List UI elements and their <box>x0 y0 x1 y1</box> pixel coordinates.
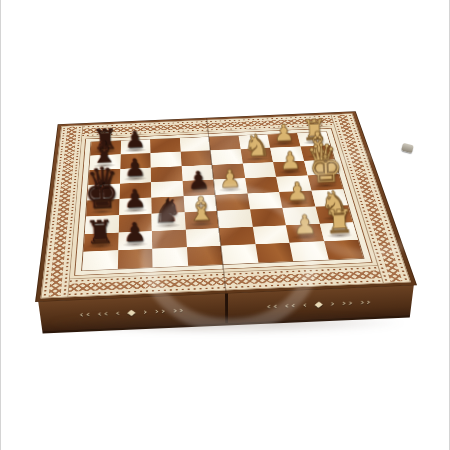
square-h7[interactable]: ♟ <box>120 140 150 155</box>
piece-light-rook-b1[interactable]: ♜ <box>324 206 354 237</box>
square-a2[interactable] <box>289 241 328 261</box>
inlay-motif <box>49 126 77 296</box>
piece-light-pawn-f2[interactable]: ♟ <box>279 150 301 174</box>
square-d2[interactable]: ♟ <box>279 191 315 208</box>
drop-shadow <box>41 316 409 334</box>
square-b7[interactable]: ♟ <box>118 231 152 250</box>
square-a7[interactable] <box>117 249 152 269</box>
inlay-border: ♜♟♟♜♝♞♝♟♟♛♛♟♟♚♚♟♟♞♝♞♜♟♟♜ <box>41 114 411 299</box>
square-d4[interactable] <box>215 193 250 211</box>
piece-dark-rook-b8[interactable]: ♜ <box>85 216 115 247</box>
piece-dark-knight-c6[interactable]: ♞ <box>152 195 183 228</box>
piece-light-pawn-h2[interactable]: ♟ <box>273 122 294 145</box>
square-f2[interactable]: ♟ <box>273 161 307 177</box>
square-g3[interactable]: ♞ <box>240 148 273 163</box>
square-f6[interactable] <box>151 166 183 182</box>
chess-board: ♜♟♟♜♝♞♝♟♟♛♛♟♟♚♚♟♟♞♝♞♜♟♟♜ <box>36 112 416 302</box>
square-b2[interactable]: ♟ <box>286 224 324 243</box>
board-scene: ♜♟♟♜♝♞♝♟♟♛♛♟♟♚♚♟♟♞♝♞♜♟♟♜ ‹‹ ‹‹ ‹ ◆ › ›› … <box>1 0 450 343</box>
board-grid: ♜♟♟♜♝♞♝♟♟♛♛♟♟♚♚♟♟♞♝♞♜♟♟♜ <box>81 131 364 271</box>
square-g6[interactable] <box>150 152 181 168</box>
piece-light-pawn-b2[interactable]: ♟ <box>293 213 318 239</box>
piece-dark-king-d8[interactable]: ♚ <box>84 176 120 214</box>
square-b3[interactable] <box>252 225 289 244</box>
square-a6[interactable] <box>152 247 188 267</box>
piece-dark-pawn-h7[interactable]: ♟ <box>124 129 145 152</box>
square-h6[interactable] <box>150 138 180 153</box>
piece-light-knight-g3[interactable]: ♞ <box>243 131 271 161</box>
square-d3[interactable] <box>247 192 282 210</box>
piece-light-pawn-d2[interactable]: ♟ <box>286 180 309 205</box>
square-b1[interactable]: ♜ <box>319 222 358 241</box>
board-field: ♜♟♟♜♝♞♝♟♟♛♛♟♟♚♚♟♟♞♝♞♜♟♟♜ <box>74 128 373 276</box>
square-d7[interactable]: ♟ <box>119 198 152 216</box>
square-c6[interactable]: ♞ <box>151 212 185 230</box>
square-f7[interactable]: ♟ <box>120 167 151 183</box>
piece-dark-pawn-b7[interactable]: ♟ <box>122 220 147 246</box>
square-b5[interactable] <box>185 228 220 247</box>
square-c4[interactable] <box>217 210 252 228</box>
square-b6[interactable] <box>152 229 187 248</box>
square-a1[interactable] <box>324 240 364 260</box>
square-g4[interactable] <box>210 149 242 164</box>
square-e3[interactable] <box>245 177 279 194</box>
square-b8[interactable]: ♜ <box>84 232 119 251</box>
piece-dark-pawn-d7[interactable]: ♟ <box>123 187 146 212</box>
square-f3[interactable] <box>242 162 276 178</box>
square-c5[interactable]: ♝ <box>184 211 219 229</box>
square-c3[interactable] <box>250 208 286 226</box>
folding-chess-box: ♜♟♟♜♝♞♝♟♟♛♛♟♟♚♚♟♟♞♝♞♜♟♟♜ ‹‹ ‹‹ ‹ ◆ › ›› … <box>36 112 416 302</box>
product-photo: ♜♟♟♜♝♞♝♟♟♛♛♟♟♚♚♟♟♞♝♞♜♟♟♜ ‹‹ ‹‹ ‹ ◆ › ›› … <box>0 0 450 450</box>
square-g5[interactable] <box>180 151 212 166</box>
square-a8[interactable] <box>82 250 118 270</box>
piece-light-pawn-e4[interactable]: ♟ <box>219 167 242 191</box>
square-b4[interactable] <box>219 226 255 245</box>
square-e4[interactable]: ♟ <box>213 178 247 195</box>
square-h4[interactable] <box>209 136 240 151</box>
square-a4[interactable] <box>221 244 258 264</box>
square-h5[interactable] <box>179 137 210 152</box>
square-a5[interactable] <box>186 246 222 266</box>
piece-dark-pawn-f7[interactable]: ♟ <box>124 157 146 181</box>
square-a3[interactable] <box>255 243 293 263</box>
piece-light-bishop-c5[interactable]: ♝ <box>186 193 217 226</box>
piece-light-king-e1[interactable]: ♚ <box>308 151 343 188</box>
